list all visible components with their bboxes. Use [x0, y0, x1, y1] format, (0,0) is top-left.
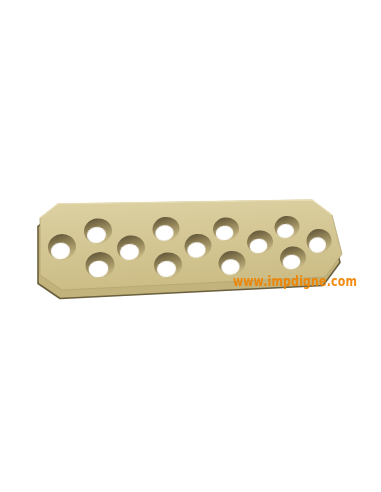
- product-photo-canvas: www.impdigne.com: [0, 0, 381, 492]
- watermark-text: www.impdigne.com: [233, 274, 357, 289]
- board-photo-svg: www.impdigne.com: [0, 0, 381, 492]
